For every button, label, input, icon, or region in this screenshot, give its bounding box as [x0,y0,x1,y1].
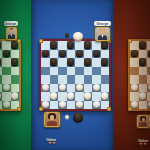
board-corner-ornament [128,107,132,111]
checkers-board-center[interactable] [39,39,111,111]
square-c4[interactable] [58,75,67,84]
left-table-panel[interactable]: George [0,0,31,150]
center-table-panel: George Galea ★★ [31,0,114,150]
square-e8[interactable] [75,41,84,50]
square-d5[interactable] [67,67,76,76]
square-g2[interactable] [2,92,11,101]
square-e2[interactable] [75,92,84,101]
square-a5[interactable] [130,67,139,76]
player-name-tag: George [4,21,18,26]
square-c2[interactable] [147,92,150,101]
dark-checker-piece[interactable] [42,50,49,56]
square-b2[interactable] [50,92,59,101]
square-e1[interactable] [75,101,84,110]
square-a6[interactable] [41,58,50,67]
square-c7[interactable] [147,50,150,59]
square-d1[interactable] [67,101,76,110]
square-b1[interactable] [139,101,148,110]
dark-checker-piece[interactable] [50,58,57,64]
square-c5[interactable] [147,67,150,76]
white-checker-piece[interactable] [3,84,10,90]
square-b6[interactable] [50,58,59,67]
square-g4[interactable] [92,75,101,84]
square-c5[interactable] [58,67,67,76]
white-checker-piece[interactable] [76,84,83,90]
avatar-bottom-player[interactable] [137,115,150,128]
square-h7[interactable] [101,50,110,59]
square-a3[interactable] [130,84,139,93]
white-checker-piece[interactable] [131,84,138,90]
square-a2[interactable] [130,92,139,101]
square-h6[interactable] [11,58,20,67]
square-f8[interactable] [84,41,93,50]
square-f1[interactable] [84,101,93,110]
square-g5[interactable] [2,67,11,76]
square-g2[interactable] [92,92,101,101]
square-d2[interactable] [67,92,76,101]
white-checker-piece[interactable] [59,101,66,107]
square-g5[interactable] [92,67,101,76]
square-c8[interactable] [58,41,67,50]
square-d6[interactable] [67,58,76,67]
square-h5[interactable] [101,67,110,76]
square-d8[interactable] [67,41,76,50]
square-h3[interactable] [101,84,110,93]
white-checker-piece[interactable] [148,101,150,107]
white-checker-piece[interactable] [67,92,74,98]
square-c7[interactable] [58,50,67,59]
dark-checker-piece[interactable] [67,41,74,47]
square-e3[interactable] [75,84,84,93]
square-f2[interactable] [84,92,93,101]
square-g1[interactable] [92,101,101,110]
square-c6[interactable] [147,58,150,67]
checkers-board-right[interactable] [128,39,150,111]
square-e6[interactable] [75,58,84,67]
dark-checker-piece[interactable] [93,50,100,56]
square-h2[interactable] [101,92,110,101]
square-c3[interactable] [147,84,150,93]
square-h6[interactable] [101,58,110,67]
square-h4[interactable] [101,75,110,84]
square-f6[interactable] [84,58,93,67]
square-e4[interactable] [75,75,84,84]
board-corner-ornament [128,39,132,43]
square-c1[interactable] [147,101,150,110]
square-d3[interactable] [67,84,76,93]
square-b7[interactable] [50,50,59,59]
white-checker-piece[interactable] [11,92,18,98]
dark-checker-piece[interactable] [131,50,138,56]
avatar-bottom-player[interactable] [44,112,60,128]
square-a3[interactable] [41,84,50,93]
dark-checker-piece[interactable] [3,50,10,56]
white-checker-piece[interactable] [3,101,10,107]
square-b8[interactable] [50,41,59,50]
square-e7[interactable] [75,50,84,59]
white-tray-piece [73,32,83,40]
square-g3[interactable] [2,84,11,93]
square-a5[interactable] [41,67,50,76]
square-a4[interactable] [130,75,139,84]
bottom-player-stars: ★★ [131,132,150,150]
square-b5[interactable] [139,67,148,76]
dark-checker-piece[interactable] [76,50,83,56]
board-corner-ornament [39,39,43,43]
square-d4[interactable] [67,75,76,84]
white-checker-piece[interactable] [148,84,150,90]
white-checker-piece[interactable] [76,101,83,107]
dark-checker-piece[interactable] [59,50,66,56]
square-f4[interactable] [84,75,93,84]
dark-checker-piece[interactable] [11,58,18,64]
white-checker-piece[interactable] [101,92,108,98]
player-name-tag: George [94,21,111,26]
square-h2[interactable] [11,92,20,101]
square-b3[interactable] [50,84,59,93]
captured-white-disc [65,115,70,119]
square-c8[interactable] [147,41,150,50]
white-checker-piece[interactable] [93,101,100,107]
dark-tray-piece [73,113,84,121]
dark-checker-piece[interactable] [139,41,146,47]
square-a7[interactable] [41,50,50,59]
square-g1[interactable] [2,101,11,110]
square-h4[interactable] [11,75,20,84]
square-g4[interactable] [2,75,11,84]
square-g7[interactable] [92,50,101,59]
square-b6[interactable] [139,58,148,67]
square-b7[interactable] [139,50,148,59]
square-c4[interactable] [147,75,150,84]
captured-dark-disc [65,33,70,37]
square-b4[interactable] [139,75,148,84]
dark-checker-piece[interactable] [84,58,91,64]
white-checker-piece[interactable] [59,84,66,90]
bottom-player-stars: ★★ [40,131,64,149]
square-h7[interactable] [11,50,20,59]
square-d7[interactable] [67,50,76,59]
white-checker-piece[interactable] [50,92,57,98]
checkers-app: George George Galea ★★ [0,0,150,150]
dark-checker-piece[interactable] [84,41,91,47]
square-a4[interactable] [41,75,50,84]
square-h3[interactable] [11,84,20,93]
square-g3[interactable] [92,84,101,93]
avatar-top-player[interactable] [6,27,18,40]
square-b4[interactable] [50,75,59,84]
avatar-top-player[interactable] [95,27,110,42]
square-f3[interactable] [84,84,93,93]
square-c6[interactable] [58,58,67,67]
checkers-board-left[interactable] [0,39,21,111]
right-table-panel[interactable]: Galea ★★ [114,0,150,150]
square-b8[interactable] [139,41,148,50]
square-c3[interactable] [58,84,67,93]
board-corner-ornament [17,107,21,111]
square-a7[interactable] [130,50,139,59]
white-checker-piece[interactable] [93,84,100,90]
white-checker-piece[interactable] [42,84,49,90]
square-b5[interactable] [50,67,59,76]
square-g6[interactable] [92,58,101,67]
square-f5[interactable] [84,67,93,76]
dark-checker-piece[interactable] [139,58,146,64]
square-b1[interactable] [50,101,59,110]
board-corner-ornament [17,39,21,43]
board-corner-ornament [39,107,43,111]
square-b2[interactable] [139,92,148,101]
square-a6[interactable] [130,58,139,67]
square-c1[interactable] [58,101,67,110]
square-g6[interactable] [2,58,11,67]
square-h5[interactable] [11,67,20,76]
square-e5[interactable] [75,67,84,76]
square-c2[interactable] [58,92,67,101]
square-a2[interactable] [41,92,50,101]
board-corner-ornament [107,107,111,111]
dark-checker-piece[interactable] [101,58,108,64]
dark-checker-piece[interactable] [50,41,57,47]
dark-checker-piece[interactable] [67,58,74,64]
white-checker-piece[interactable] [139,92,146,98]
square-b3[interactable] [139,84,148,93]
square-g7[interactable] [2,50,11,59]
white-checker-piece[interactable] [84,92,91,98]
square-f7[interactable] [84,50,93,59]
square-g8[interactable] [92,41,101,50]
square-g8[interactable] [2,41,11,50]
dark-checker-piece[interactable] [148,50,150,56]
